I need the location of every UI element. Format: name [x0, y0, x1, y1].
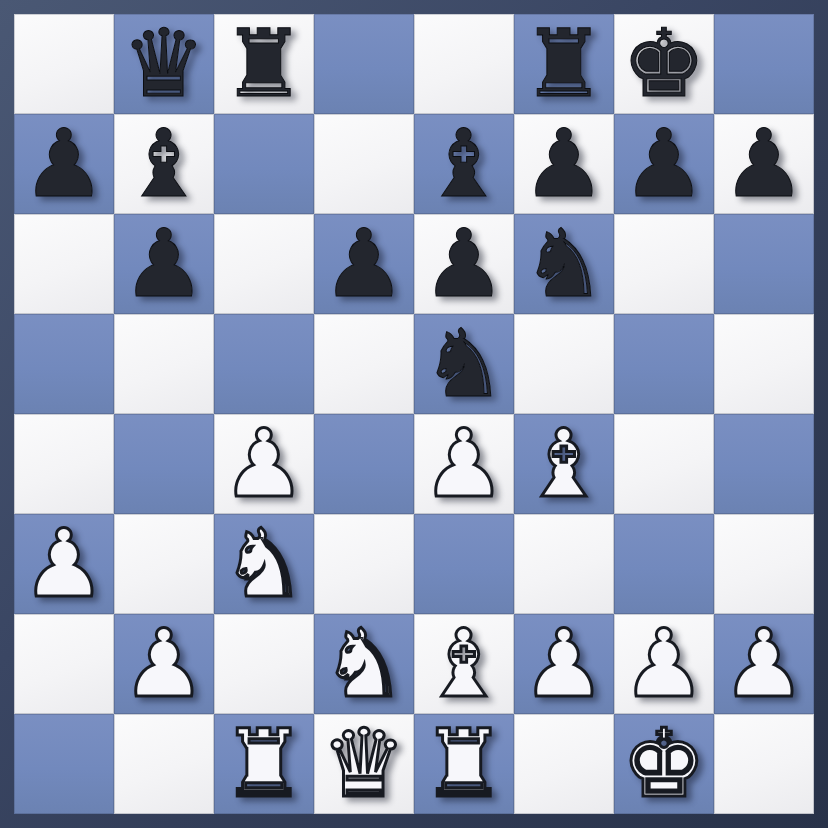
- square-b2[interactable]: ♟♟: [114, 614, 214, 714]
- square-c2[interactable]: [214, 614, 314, 714]
- square-b8[interactable]: ♛♛: [114, 14, 214, 114]
- black-rook-glyph: ♜: [214, 14, 314, 114]
- square-h1[interactable]: [714, 714, 814, 814]
- black-pawn[interactable]: ♟♟: [314, 214, 414, 314]
- square-c8[interactable]: ♜♜: [214, 14, 314, 114]
- square-e1[interactable]: ♜♜: [414, 714, 514, 814]
- square-e5[interactable]: ♞♞: [414, 314, 514, 414]
- black-pawn[interactable]: ♟♟: [114, 214, 214, 314]
- square-f1[interactable]: [514, 714, 614, 814]
- black-bishop[interactable]: ♝♝: [114, 114, 214, 214]
- white-pawn[interactable]: ♟♟: [214, 414, 314, 514]
- square-d5[interactable]: [314, 314, 414, 414]
- square-a7[interactable]: ♟♟: [14, 114, 114, 214]
- white-rook-glyph: ♜: [414, 714, 514, 814]
- white-pawn-glyph: ♟: [414, 414, 514, 514]
- black-queen-glyph: ♛: [114, 14, 214, 114]
- square-h3[interactable]: [714, 514, 814, 614]
- square-b3[interactable]: [114, 514, 214, 614]
- white-bishop[interactable]: ♝♝: [414, 614, 514, 714]
- square-b6[interactable]: ♟♟: [114, 214, 214, 314]
- black-pawn[interactable]: ♟♟: [714, 114, 814, 214]
- white-knight-glyph: ♞: [314, 614, 414, 714]
- square-e2[interactable]: ♝♝: [414, 614, 514, 714]
- square-g4[interactable]: [614, 414, 714, 514]
- white-bishop-glyph: ♝: [414, 614, 514, 714]
- white-pawn-glyph: ♟: [114, 614, 214, 714]
- white-rook[interactable]: ♜♜: [414, 714, 514, 814]
- square-a5[interactable]: [14, 314, 114, 414]
- square-g2[interactable]: ♟♟: [614, 614, 714, 714]
- square-f5[interactable]: [514, 314, 614, 414]
- square-g6[interactable]: [614, 214, 714, 314]
- black-rook[interactable]: ♜♜: [514, 14, 614, 114]
- black-pawn-glyph: ♟: [414, 214, 514, 314]
- black-pawn-glyph: ♟: [714, 114, 814, 214]
- black-knight[interactable]: ♞♞: [514, 214, 614, 314]
- square-b5[interactable]: [114, 314, 214, 414]
- white-pawn-glyph: ♟: [14, 514, 114, 614]
- square-e7[interactable]: ♝♝: [414, 114, 514, 214]
- board-frame: ♛♛♜♜♜♜♚♚♟♟♝♝♝♝♟♟♟♟♟♟♟♟♟♟♟♟♞♞♞♞♟♟♟♟♝♝♟♟♞♞…: [0, 0, 828, 828]
- white-pawn[interactable]: ♟♟: [714, 614, 814, 714]
- square-d6[interactable]: ♟♟: [314, 214, 414, 314]
- white-pawn-glyph: ♟: [214, 414, 314, 514]
- black-pawn-glyph: ♟: [14, 114, 114, 214]
- square-d3[interactable]: [314, 514, 414, 614]
- white-pawn-glyph: ♟: [714, 614, 814, 714]
- white-rook-glyph: ♜: [214, 714, 314, 814]
- white-pawn-glyph: ♟: [514, 614, 614, 714]
- square-a8[interactable]: [14, 14, 114, 114]
- square-c4[interactable]: ♟♟: [214, 414, 314, 514]
- square-g8[interactable]: ♚♚: [614, 14, 714, 114]
- square-h2[interactable]: ♟♟: [714, 614, 814, 714]
- white-king-glyph: ♚: [614, 714, 714, 814]
- black-king-glyph: ♚: [614, 14, 714, 114]
- square-h5[interactable]: [714, 314, 814, 414]
- black-king[interactable]: ♚♚: [614, 14, 714, 114]
- white-queen-glyph: ♛: [314, 714, 414, 814]
- white-knight[interactable]: ♞♞: [214, 514, 314, 614]
- black-pawn[interactable]: ♟♟: [14, 114, 114, 214]
- square-a2[interactable]: [14, 614, 114, 714]
- square-a6[interactable]: [14, 214, 114, 314]
- chess-board: ♛♛♜♜♜♜♚♚♟♟♝♝♝♝♟♟♟♟♟♟♟♟♟♟♟♟♞♞♞♞♟♟♟♟♝♝♟♟♞♞…: [14, 14, 814, 814]
- black-pawn-glyph: ♟: [514, 114, 614, 214]
- square-e3[interactable]: [414, 514, 514, 614]
- square-e6[interactable]: ♟♟: [414, 214, 514, 314]
- black-bishop-glyph: ♝: [414, 114, 514, 214]
- square-a4[interactable]: [14, 414, 114, 514]
- white-king[interactable]: ♚♚: [614, 714, 714, 814]
- black-pawn[interactable]: ♟♟: [614, 114, 714, 214]
- square-f6[interactable]: ♞♞: [514, 214, 614, 314]
- square-b7[interactable]: ♝♝: [114, 114, 214, 214]
- white-pawn[interactable]: ♟♟: [514, 614, 614, 714]
- square-h6[interactable]: [714, 214, 814, 314]
- white-knight[interactable]: ♞♞: [314, 614, 414, 714]
- white-knight-glyph: ♞: [214, 514, 314, 614]
- square-g7[interactable]: ♟♟: [614, 114, 714, 214]
- square-d2[interactable]: ♞♞: [314, 614, 414, 714]
- black-rook[interactable]: ♜♜: [214, 14, 314, 114]
- white-pawn[interactable]: ♟♟: [14, 514, 114, 614]
- square-c3[interactable]: ♞♞: [214, 514, 314, 614]
- black-knight[interactable]: ♞♞: [414, 314, 514, 414]
- square-a1[interactable]: [14, 714, 114, 814]
- square-b1[interactable]: [114, 714, 214, 814]
- square-d8[interactable]: [314, 14, 414, 114]
- square-c1[interactable]: ♜♜: [214, 714, 314, 814]
- square-f4[interactable]: ♝♝: [514, 414, 614, 514]
- square-c7[interactable]: [214, 114, 314, 214]
- square-f8[interactable]: ♜♜: [514, 14, 614, 114]
- black-knight-glyph: ♞: [414, 314, 514, 414]
- black-queen[interactable]: ♛♛: [114, 14, 214, 114]
- white-pawn[interactable]: ♟♟: [114, 614, 214, 714]
- white-bishop-glyph: ♝: [514, 414, 614, 514]
- square-g1[interactable]: ♚♚: [614, 714, 714, 814]
- white-pawn[interactable]: ♟♟: [614, 614, 714, 714]
- square-h8[interactable]: [714, 14, 814, 114]
- square-d4[interactable]: [314, 414, 414, 514]
- square-h4[interactable]: [714, 414, 814, 514]
- white-rook[interactable]: ♜♜: [214, 714, 314, 814]
- white-pawn-glyph: ♟: [614, 614, 714, 714]
- square-b4[interactable]: [114, 414, 214, 514]
- square-g5[interactable]: [614, 314, 714, 414]
- square-d7[interactable]: [314, 114, 414, 214]
- square-e8[interactable]: [414, 14, 514, 114]
- black-knight-glyph: ♞: [514, 214, 614, 314]
- square-c5[interactable]: [214, 314, 314, 414]
- square-h7[interactable]: ♟♟: [714, 114, 814, 214]
- black-bishop-glyph: ♝: [114, 114, 214, 214]
- white-queen[interactable]: ♛♛: [314, 714, 414, 814]
- black-pawn-glyph: ♟: [614, 114, 714, 214]
- black-pawn[interactable]: ♟♟: [414, 214, 514, 314]
- black-pawn-glyph: ♟: [114, 214, 214, 314]
- white-pawn[interactable]: ♟♟: [414, 414, 514, 514]
- square-c6[interactable]: [214, 214, 314, 314]
- white-bishop[interactable]: ♝♝: [514, 414, 614, 514]
- square-f2[interactable]: ♟♟: [514, 614, 614, 714]
- square-g3[interactable]: [614, 514, 714, 614]
- square-f3[interactable]: [514, 514, 614, 614]
- black-pawn[interactable]: ♟♟: [514, 114, 614, 214]
- square-a3[interactable]: ♟♟: [14, 514, 114, 614]
- square-f7[interactable]: ♟♟: [514, 114, 614, 214]
- black-bishop[interactable]: ♝♝: [414, 114, 514, 214]
- square-d1[interactable]: ♛♛: [314, 714, 414, 814]
- square-e4[interactable]: ♟♟: [414, 414, 514, 514]
- black-pawn-glyph: ♟: [314, 214, 414, 314]
- black-rook-glyph: ♜: [514, 14, 614, 114]
